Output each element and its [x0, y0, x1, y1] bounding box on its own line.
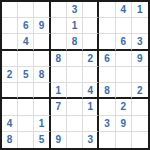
cell-r3c4[interactable]: [51, 34, 67, 50]
cell-r5c1[interactable]: 2: [2, 67, 18, 83]
cell-r1c8[interactable]: 4: [116, 2, 132, 18]
cell-r7c1[interactable]: [2, 99, 18, 115]
cell-r1c9[interactable]: 1: [132, 2, 148, 18]
cell-r4c7[interactable]: 6: [99, 51, 115, 67]
cell-r3c1[interactable]: [2, 34, 18, 50]
cell-r8c6[interactable]: [83, 116, 99, 132]
cell-r1c3[interactable]: [34, 2, 50, 18]
cell-r1c1[interactable]: [2, 2, 18, 18]
cell-r5c6[interactable]: [83, 67, 99, 83]
cell-r8c3[interactable]: 1: [34, 116, 50, 132]
cell-r7c8[interactable]: 2: [116, 99, 132, 115]
cell-r4c6[interactable]: 2: [83, 51, 99, 67]
cell-r7c4[interactable]: 7: [51, 99, 67, 115]
cell-r4c8[interactable]: [116, 51, 132, 67]
cell-r3c2[interactable]: 4: [18, 34, 34, 50]
cell-r6c4[interactable]: 1: [51, 83, 67, 99]
cell-r2c4[interactable]: [51, 18, 67, 34]
cell-r1c6[interactable]: [83, 2, 99, 18]
cell-r1c5[interactable]: 3: [67, 2, 83, 18]
cell-r4c1[interactable]: [2, 51, 18, 67]
cell-r7c5[interactable]: [67, 99, 83, 115]
cell-r8c1[interactable]: 4: [2, 116, 18, 132]
cell-r2c8[interactable]: [116, 18, 132, 34]
cell-r1c2[interactable]: [18, 2, 34, 18]
cell-r9c8[interactable]: [116, 132, 132, 148]
cell-r2c2[interactable]: 6: [18, 18, 34, 34]
cell-r6c3[interactable]: [34, 83, 50, 99]
cell-r7c6[interactable]: 1: [83, 99, 99, 115]
cell-r9c2[interactable]: [18, 132, 34, 148]
cell-r8c9[interactable]: [132, 116, 148, 132]
cell-r9c7[interactable]: [99, 132, 115, 148]
cell-r9c4[interactable]: 9: [51, 132, 67, 148]
cell-r2c6[interactable]: [83, 18, 99, 34]
cell-r6c8[interactable]: [116, 83, 132, 99]
cell-r6c9[interactable]: 2: [132, 83, 148, 99]
cell-r9c6[interactable]: 3: [83, 132, 99, 148]
cell-r2c5[interactable]: 1: [67, 18, 83, 34]
cell-r1c4[interactable]: [51, 2, 67, 18]
cell-r8c5[interactable]: [67, 116, 83, 132]
cell-r5c3[interactable]: 8: [34, 67, 50, 83]
cell-r4c4[interactable]: 8: [51, 51, 67, 67]
cell-r6c7[interactable]: 8: [99, 83, 115, 99]
cell-r8c4[interactable]: [51, 116, 67, 132]
cell-r5c9[interactable]: [132, 67, 148, 83]
cell-r8c2[interactable]: [18, 116, 34, 132]
cell-r7c2[interactable]: [18, 99, 34, 115]
cell-r9c9[interactable]: [132, 132, 148, 148]
cell-r8c7[interactable]: 3: [99, 116, 115, 132]
cell-r3c6[interactable]: [83, 34, 99, 50]
cell-r9c1[interactable]: 8: [2, 132, 18, 148]
cell-r9c5[interactable]: [67, 132, 83, 148]
sudoku-board: 34169148638269258148271241398593: [0, 0, 150, 150]
cell-r2c3[interactable]: 9: [34, 18, 50, 34]
cell-r6c2[interactable]: [18, 83, 34, 99]
cell-r5c5[interactable]: [67, 67, 83, 83]
cell-r7c3[interactable]: [34, 99, 50, 115]
cell-r4c3[interactable]: [34, 51, 50, 67]
cell-r6c1[interactable]: [2, 83, 18, 99]
cell-r6c6[interactable]: 4: [83, 83, 99, 99]
cell-r4c5[interactable]: [67, 51, 83, 67]
cell-r2c9[interactable]: [132, 18, 148, 34]
cell-r4c9[interactable]: 9: [132, 51, 148, 67]
cell-r3c7[interactable]: [99, 34, 115, 50]
cell-r4c2[interactable]: [18, 51, 34, 67]
cell-r2c7[interactable]: [99, 18, 115, 34]
cell-r6c5[interactable]: [67, 83, 83, 99]
cell-r5c2[interactable]: 5: [18, 67, 34, 83]
cell-r5c4[interactable]: [51, 67, 67, 83]
cell-r7c9[interactable]: [132, 99, 148, 115]
cell-r3c5[interactable]: 8: [67, 34, 83, 50]
cell-r3c8[interactable]: 6: [116, 34, 132, 50]
cell-r2c1[interactable]: [2, 18, 18, 34]
cell-r8c8[interactable]: 9: [116, 116, 132, 132]
cell-r7c7[interactable]: [99, 99, 115, 115]
cell-r3c9[interactable]: 3: [132, 34, 148, 50]
cell-r5c7[interactable]: [99, 67, 115, 83]
cell-r9c3[interactable]: 5: [34, 132, 50, 148]
cell-r5c8[interactable]: [116, 67, 132, 83]
cell-r1c7[interactable]: [99, 2, 115, 18]
cell-r3c3[interactable]: [34, 34, 50, 50]
